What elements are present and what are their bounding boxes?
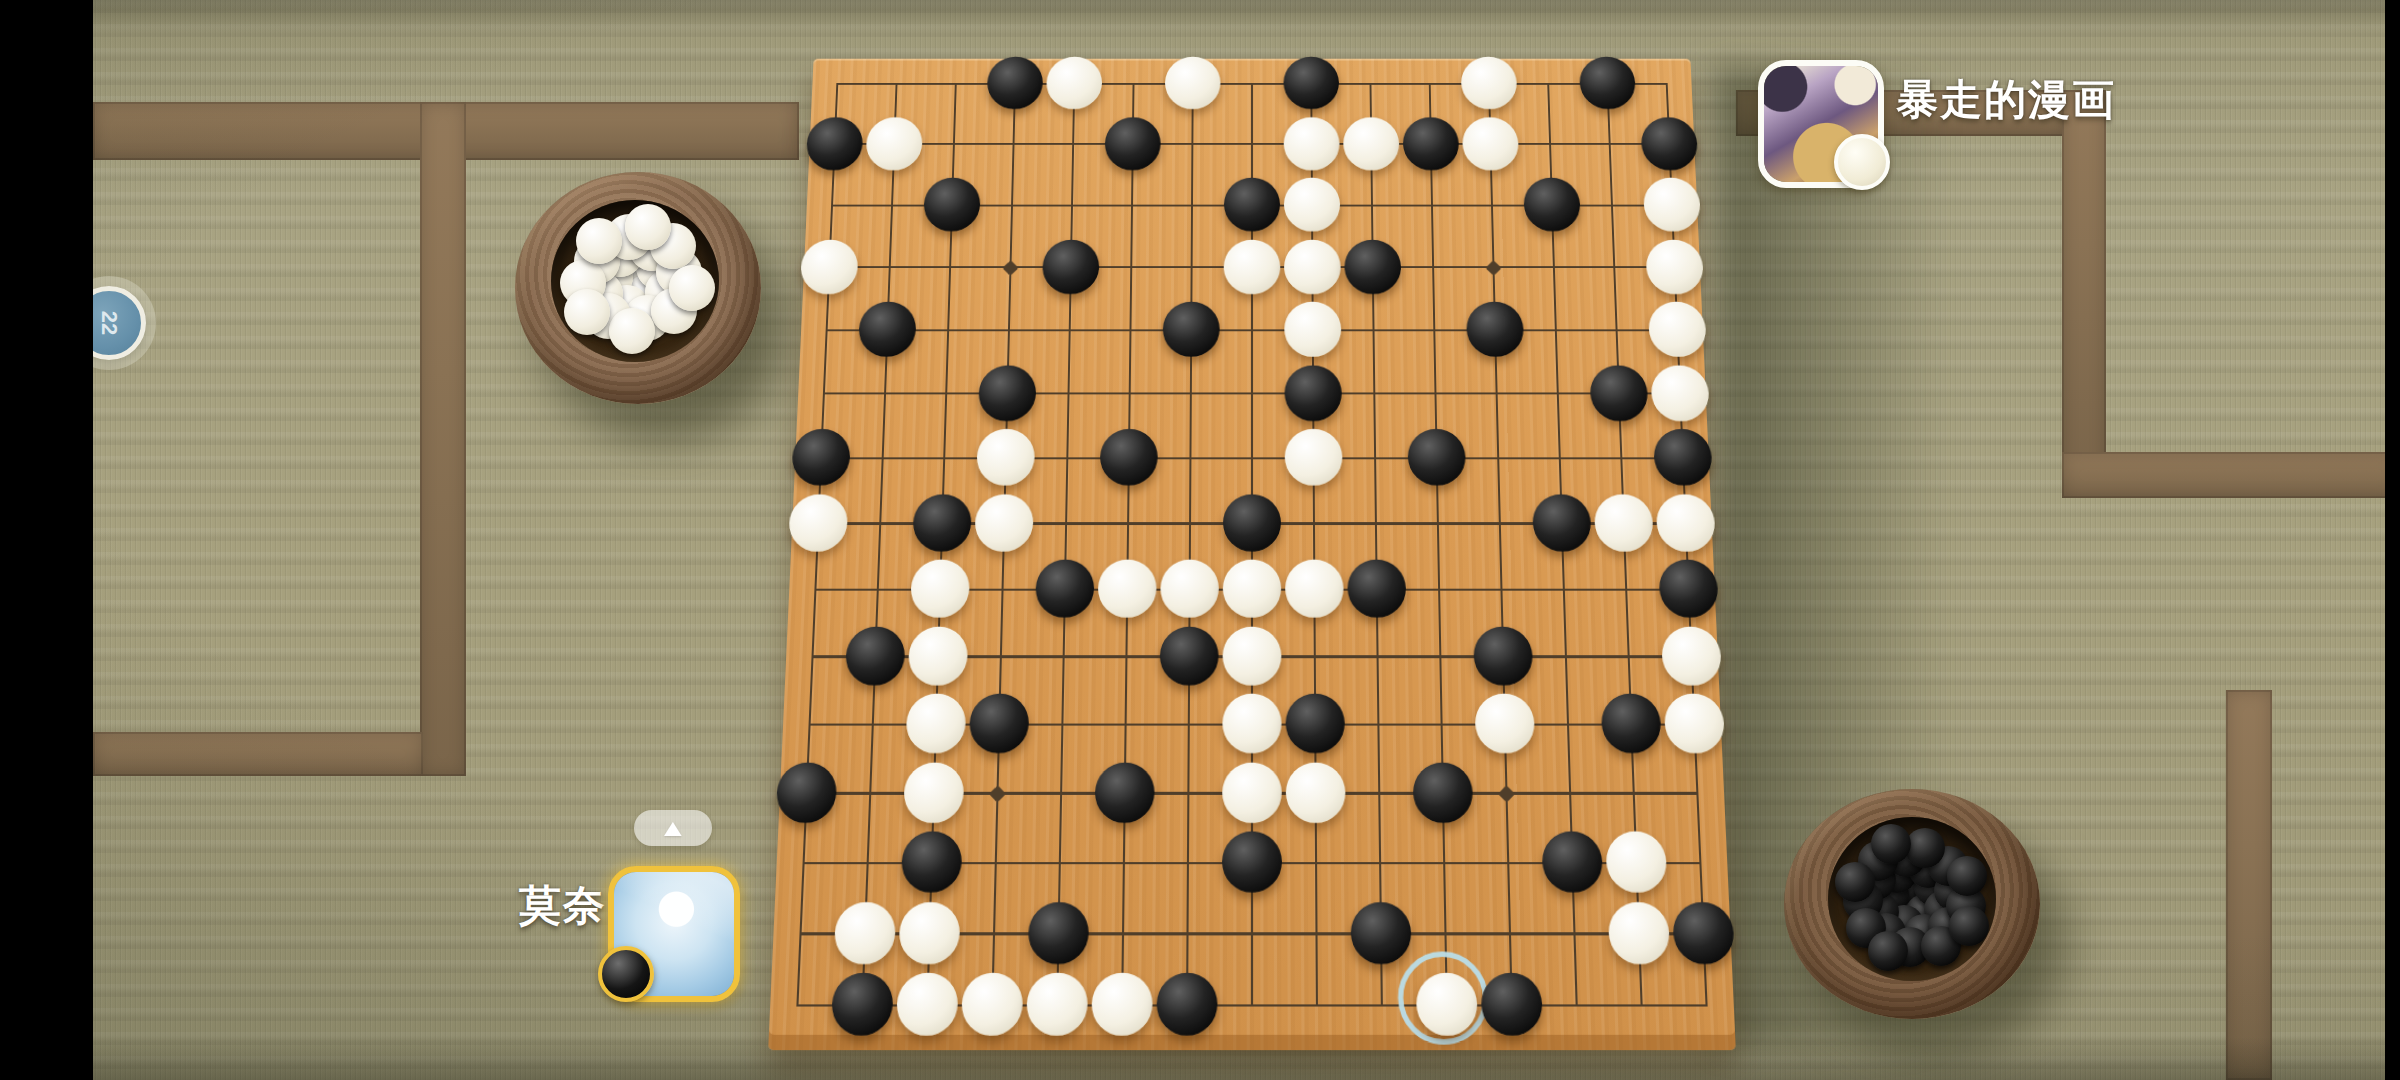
white-go-stone bbox=[896, 973, 959, 1036]
white-go-stone bbox=[1645, 239, 1704, 293]
black-go-stone bbox=[1042, 239, 1099, 293]
black-stone-icon bbox=[598, 946, 654, 1002]
black-stone bbox=[1871, 824, 1911, 864]
star-point bbox=[1485, 260, 1502, 276]
player-top-name: 暴走的漫画 bbox=[1896, 72, 2116, 128]
white-go-stone bbox=[974, 494, 1033, 551]
black-go-stone bbox=[1286, 694, 1345, 754]
black-go-stone bbox=[1283, 57, 1339, 109]
black-go-stone bbox=[1579, 57, 1636, 109]
black-go-stone bbox=[912, 494, 972, 551]
black-go-stone bbox=[1224, 178, 1280, 232]
black-go-stone bbox=[1601, 694, 1662, 754]
board-3d bbox=[768, 59, 1736, 1050]
white-go-stone bbox=[1223, 560, 1282, 618]
white-go-stone bbox=[1284, 239, 1341, 293]
white-go-stone bbox=[1223, 626, 1282, 685]
black-go-stone bbox=[978, 365, 1037, 421]
white-go-stone bbox=[1046, 57, 1102, 109]
white-go-stone bbox=[976, 429, 1035, 486]
black-go-stone bbox=[1100, 429, 1158, 486]
black-stone bbox=[1947, 856, 1987, 896]
black-go-stone bbox=[1095, 762, 1155, 822]
white-stone bbox=[564, 289, 610, 335]
white-go-stone bbox=[905, 694, 966, 754]
black-go-stone bbox=[1284, 365, 1342, 421]
white-go-stone bbox=[1286, 762, 1346, 822]
white-go-stone bbox=[865, 117, 923, 170]
tatami-border bbox=[2062, 90, 2106, 476]
black-go-stone bbox=[1640, 117, 1698, 170]
white-go-stone bbox=[1165, 57, 1221, 109]
side-timer-label: 22 bbox=[96, 311, 122, 335]
black-go-stone bbox=[987, 57, 1044, 109]
black-bowl-stones bbox=[1828, 817, 1996, 981]
white-go-stone bbox=[1284, 117, 1340, 170]
white-go-stone bbox=[908, 626, 969, 685]
black-go-stone bbox=[831, 973, 894, 1036]
black-go-stone bbox=[1653, 429, 1713, 486]
white-go-stone bbox=[898, 902, 960, 964]
black-go-stone bbox=[969, 694, 1030, 754]
star-point bbox=[989, 785, 1006, 803]
black-go-stone bbox=[1028, 902, 1089, 964]
black-go-stone bbox=[923, 178, 981, 232]
white-go-stone bbox=[1605, 831, 1667, 892]
game-screen: 22 暴走的漫画 ▲ 莫奈 bbox=[0, 0, 2400, 1080]
black-go-stone bbox=[845, 626, 906, 685]
tatami-border bbox=[2062, 452, 2400, 498]
white-go-stone bbox=[1664, 694, 1726, 754]
white-stone bbox=[625, 204, 671, 250]
board-grid[interactable] bbox=[796, 83, 1707, 1007]
letterbox-left bbox=[0, 0, 93, 1080]
black-go-stone bbox=[1658, 560, 1719, 618]
white-go-stone bbox=[788, 494, 848, 551]
black-go-stone bbox=[1407, 429, 1466, 486]
black-go-stone bbox=[1481, 973, 1543, 1036]
white-go-stone bbox=[1285, 429, 1343, 486]
tatami-border bbox=[93, 102, 799, 160]
collapse-toggle[interactable]: ▲ bbox=[634, 810, 712, 846]
white-stone-bowl bbox=[515, 172, 761, 404]
white-go-stone bbox=[1026, 973, 1088, 1036]
black-go-stone bbox=[1466, 302, 1524, 357]
white-go-stone bbox=[834, 902, 897, 964]
black-go-stone bbox=[1035, 560, 1094, 618]
player-top-avatar[interactable] bbox=[1758, 60, 1884, 188]
black-go-stone bbox=[1222, 831, 1282, 892]
white-go-stone bbox=[910, 560, 970, 618]
white-go-stone bbox=[1650, 365, 1710, 421]
white-bowl-stones bbox=[551, 200, 719, 362]
black-stone-bowl bbox=[1784, 789, 2040, 1019]
black-go-stone bbox=[1344, 239, 1401, 293]
white-go-stone bbox=[961, 973, 1023, 1036]
white-go-stone bbox=[1222, 762, 1282, 822]
white-go-stone bbox=[1661, 626, 1722, 685]
black-go-stone bbox=[1160, 626, 1219, 685]
white-go-stone bbox=[1656, 494, 1716, 551]
black-go-stone bbox=[1413, 762, 1474, 822]
black-go-stone bbox=[1589, 365, 1648, 421]
black-go-stone bbox=[1473, 626, 1533, 685]
black-go-stone bbox=[1156, 973, 1217, 1036]
black-go-stone bbox=[1223, 494, 1281, 551]
white-go-stone bbox=[1284, 178, 1340, 232]
black-go-stone bbox=[806, 117, 864, 170]
star-point bbox=[1498, 785, 1515, 803]
tatami-border bbox=[420, 102, 466, 776]
player-bottom-name: 莫奈 bbox=[519, 878, 607, 934]
white-go-stone bbox=[903, 762, 964, 822]
white-stone bbox=[609, 308, 655, 354]
player-bottom-avatar[interactable] bbox=[608, 866, 740, 1002]
black-go-stone bbox=[1541, 831, 1603, 892]
black-go-stone bbox=[1163, 302, 1220, 357]
white-go-stone bbox=[1648, 302, 1707, 357]
black-go-stone bbox=[1347, 560, 1406, 618]
star-point bbox=[1002, 260, 1019, 276]
black-go-stone bbox=[791, 429, 851, 486]
tatami-border bbox=[93, 732, 423, 776]
white-go-stone bbox=[1461, 57, 1518, 109]
black-go-stone bbox=[1104, 117, 1160, 170]
white-stone bbox=[669, 265, 715, 311]
white-go-stone bbox=[1343, 117, 1399, 170]
white-go-stone bbox=[1594, 494, 1654, 551]
go-board[interactable] bbox=[792, 30, 1712, 1030]
white-go-stone bbox=[1416, 973, 1478, 1036]
up-arrow-icon: ▲ bbox=[658, 816, 688, 840]
black-go-stone bbox=[901, 831, 963, 892]
black-go-stone bbox=[1403, 117, 1460, 170]
letterbox-right bbox=[2385, 0, 2400, 1080]
white-go-stone bbox=[1224, 239, 1281, 293]
white-go-stone bbox=[1462, 117, 1519, 170]
white-go-stone bbox=[1285, 560, 1344, 618]
black-go-stone bbox=[776, 762, 838, 822]
white-go-stone bbox=[1284, 302, 1341, 357]
white-go-stone bbox=[1160, 560, 1219, 618]
white-go-stone bbox=[1222, 694, 1281, 754]
black-go-stone bbox=[1672, 902, 1735, 964]
white-go-stone bbox=[1608, 902, 1671, 964]
white-go-stone bbox=[800, 239, 859, 293]
black-go-stone bbox=[1523, 178, 1581, 232]
white-stone-icon bbox=[1834, 134, 1890, 190]
white-stone bbox=[576, 218, 622, 264]
black-go-stone bbox=[1351, 902, 1412, 964]
board-wood bbox=[768, 59, 1736, 1050]
black-go-stone bbox=[1532, 494, 1592, 551]
black-go-stone bbox=[858, 302, 917, 357]
white-go-stone bbox=[1643, 178, 1701, 232]
white-go-stone bbox=[1091, 973, 1153, 1036]
white-go-stone bbox=[1098, 560, 1157, 618]
white-go-stone bbox=[1475, 694, 1536, 754]
tatami-border bbox=[2226, 690, 2272, 1080]
black-stone bbox=[1949, 906, 1989, 946]
